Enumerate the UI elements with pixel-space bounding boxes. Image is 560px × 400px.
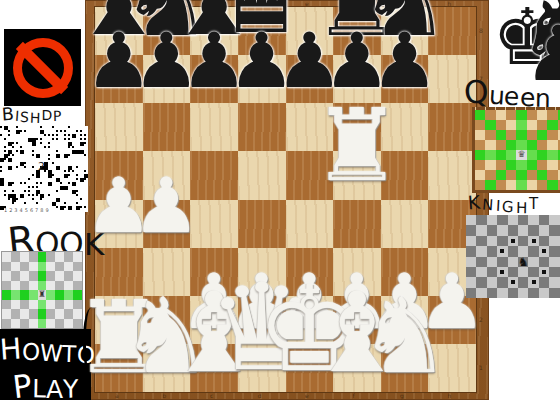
hand-letter: K [467,192,483,214]
diagram-cell [487,277,497,287]
diagram-cell [20,300,29,310]
diagram-cell [38,252,47,262]
square-d4 [238,200,286,248]
diagram-cell [518,236,528,246]
diagram-cell [29,300,38,310]
diagram-cell [528,215,538,225]
square-g4 [381,200,429,248]
knight-move-dot [542,249,546,253]
diagram-cell [508,225,518,235]
diagram-cell [537,130,547,140]
hand-letter: A [46,375,63,400]
diagram-cell [539,277,549,287]
hand-letter: P [11,367,34,400]
diagram-cell [466,246,476,256]
diagram-cell [55,290,64,300]
diagram-cell [11,252,20,262]
diagram-cell [475,180,485,190]
knight-move-dot [542,270,546,274]
diagram-cell [508,277,518,287]
diagram-cell [527,140,537,150]
diagram-cell [537,150,547,160]
diagram-cell [537,110,547,120]
diagram-cell [29,309,38,319]
diagram-cell [11,319,20,329]
diagram-cell [46,290,55,300]
knight-move-dot [500,270,504,274]
diagram-cell [475,140,485,150]
diagram-cell [496,110,506,120]
diagram-cell [549,257,559,267]
square-b6 [143,103,191,151]
square-a6 [95,103,143,151]
chess-board: ♝♞♝♛♜♞♟♟♟♟♟♟♟♜♟♟♟♟♟♟♟♟♜♞♝♛♚♝♞ 87654321aa… [85,0,489,400]
diagram-cell [496,150,506,160]
diagram-cell [497,225,507,235]
piece-white-knight-g1[interactable]: ♞ [358,284,451,388]
diagram-cell [508,236,518,246]
diagram-cell [527,180,537,190]
diagram-cell [539,257,549,267]
diagram-cell [466,236,476,246]
diagram-cell [46,271,55,281]
diagram-cell [528,267,538,277]
piece-white-pawn-b4[interactable]: ♟ [132,168,200,244]
diagram-cell [547,170,557,180]
diagram-cell [11,290,20,300]
spare-black-pawn[interactable]: ♟ [524,16,560,92]
diagram-cell [46,309,55,319]
diagram-cell [64,309,73,319]
diagram-cell [506,110,516,120]
diagram-cell [506,160,516,170]
diagram-cell [497,257,507,267]
diagram-cell [64,262,73,272]
diagram-cell [55,262,64,272]
diagram-cell [2,309,11,319]
diagram-cell [64,319,73,329]
diagram-cell [549,225,559,235]
diagram-cell [487,225,497,235]
diagram-cell: ♞ [518,257,528,267]
diagram-cell [20,281,29,291]
diagram-cell [547,150,557,160]
diagram-cell [528,257,538,267]
diagram-cell [487,288,497,298]
square-c6 [190,103,238,151]
diagram-cell [496,120,506,130]
diagram-cell [20,290,29,300]
diagram-cell [549,236,559,246]
diagram-cell [518,267,528,277]
diagram-cell [29,281,38,291]
diagram-cell [496,170,506,180]
hand-letter: H [30,110,42,126]
hand-letter: G [502,198,516,216]
diagram-cell [539,236,549,246]
diagram-cell [518,225,528,235]
diagram-cell [539,267,549,277]
diagram-cell [38,309,47,319]
diagram-cell [2,252,11,262]
diagram-cell [55,300,64,310]
square-f5: ♜ [333,151,381,199]
diagram-cell [29,290,38,300]
diagram-cell [38,271,47,281]
knight-move-dot [511,280,515,284]
diagram-cell [496,130,506,140]
diagram-cell [55,281,64,291]
board-squares: ♝♞♝♛♜♞♟♟♟♟♟♟♟♜♟♟♟♟♟♟♟♟♜♞♝♛♚♝♞ [95,7,476,392]
rook-moves-diagram: ♜ [2,252,82,328]
diagram-cell [527,170,537,180]
diagram-cell [549,288,559,298]
diagram-cell [487,215,497,225]
diagram-cell [549,277,559,287]
diagram-cell [2,300,11,310]
diagram-cell [547,110,557,120]
diagram-cell [476,215,486,225]
diagram-cell [506,120,516,130]
diagram-cell [497,267,507,277]
diagram-cell [508,257,518,267]
diagram-cell [38,319,47,329]
diagram-cell [506,170,516,180]
knight-move-dot [500,249,504,253]
diagram-cell [537,180,547,190]
square-e4 [286,200,334,248]
diagram-cell [487,257,497,267]
hand-letter: N [482,196,496,215]
diagram-cell [508,267,518,277]
diagram-cell [539,288,549,298]
diagram-cell [475,160,485,170]
diagram-cell [516,130,526,140]
diagram-cell [20,309,29,319]
diagram-cell [73,262,82,272]
diagram-cell [487,246,497,256]
diagram-cell [539,225,549,235]
hand-letter: B [1,104,15,125]
square-f4 [333,200,381,248]
diagram-cell [506,150,516,160]
diagram-cell [506,130,516,140]
diagram-cell [485,110,495,120]
diagram-cell [508,246,518,256]
diagram-cell [547,130,557,140]
diagram-cell [497,288,507,298]
diagram-cell [2,290,11,300]
diagram-cell [547,160,557,170]
hand-letter: Q [463,73,490,111]
diagram-cell [527,110,537,120]
diagram-cell [476,246,486,256]
diagram-cell [547,120,557,130]
diagram-cell [528,236,538,246]
diagram-cell [46,281,55,291]
bishop-diagram-footer: 123456789 [4,207,51,213]
diagram-cell [46,262,55,272]
knight-move-dot [511,239,515,243]
knight-move-dot [532,239,536,243]
diagram-cell [475,120,485,130]
diagram-cell [527,160,537,170]
diagram-cell [64,281,73,291]
diagram-cell [29,271,38,281]
hand-letter: H [0,331,23,366]
bishop-diagram-center-mark: 2 [38,160,45,173]
diagram-cell [11,262,20,272]
diagram-cell [539,246,549,256]
diagram-cell [64,271,73,281]
diagram-cell [20,262,29,272]
diagram-cell [2,281,11,291]
diagram-cell [46,300,55,310]
diagram-cell [55,319,64,329]
diagram-cell [516,180,526,190]
hand-letter: P [53,108,63,124]
diagram-knight-icon: ♞ [518,255,529,267]
diagram-cell [485,180,495,190]
diagram-cell [466,225,476,235]
diagram-cell [20,271,29,281]
diagram-cell [2,262,11,272]
diagram-cell [466,215,476,225]
chess-sandbox-app: ♝♞♝♛♜♞♟♟♟♟♟♟♟♜♟♟♟♟♟♟♟♟♜♞♝♛♚♝♞ 87654321aa… [0,0,560,400]
knight-move-dot [532,280,536,284]
diagram-cell [527,130,537,140]
diagram-cell [516,160,526,170]
diagram-cell [528,277,538,287]
diagram-cell [46,252,55,262]
diagram-cell [547,180,557,190]
diagram-cell [485,150,495,160]
queen-moves-diagram: ♛ [472,107,560,193]
diagram-cell [537,140,547,150]
diagram-cell [38,262,47,272]
diagram-cell [516,120,526,130]
diagram-cell: ♜ [38,290,47,300]
diagram-cell [487,236,497,246]
diagram-cell [20,252,29,262]
diagram-cell [2,319,11,329]
diagram-cell [537,160,547,170]
diagram-cell [547,140,557,150]
diagram-cell [518,215,528,225]
diagram-cell [528,246,538,256]
diagram-cell [476,225,486,235]
diagram-cell [475,130,485,140]
diagram-cell [518,277,528,287]
diagram-cell [496,140,506,150]
bishop-panel-label: BISH DP [2,106,63,126]
diagram-cell [549,215,559,225]
diagram-cell [497,236,507,246]
diagram-cell [527,120,537,130]
diagram-cell [497,215,507,225]
hand-letter: W [39,339,63,366]
bishop-moves-diagram: 2 123456789 [0,126,88,212]
square-d6 [238,103,286,151]
diagram-cell [516,110,526,120]
diagram-cell [11,281,20,291]
diagram-cell [485,160,495,170]
rank-label-8: 8 [479,28,483,34]
diagram-cell [55,252,64,262]
diagram-cell [485,140,495,150]
diagram-cell [11,300,20,310]
diagram-cell [475,150,485,160]
diagram-cell [55,271,64,281]
piece-white-rook-f5[interactable]: ♜ [312,96,402,196]
diagram-cell [64,252,73,262]
diagram-cell [38,300,47,310]
diagram-cell [549,267,559,277]
rank-label-1: 1 [479,365,483,371]
diagram-cell [55,309,64,319]
diagram-cell [506,140,516,150]
diagram-cell [506,180,516,190]
diagram-cell [64,290,73,300]
square-b4: ♟ [143,200,191,248]
diagram-cell [508,215,518,225]
diagram-piece-icon: ♜ [38,290,46,299]
diagram-cell [475,170,485,180]
diagram-cell [527,150,537,160]
diagram-cell [2,271,11,281]
diagram-cell [496,160,506,170]
diagram-cell [476,236,486,246]
diagram-cell [11,271,20,281]
square-d5 [238,151,286,199]
diagram-cell [475,110,485,120]
diagram-cell [487,267,497,277]
knight-panel-label: KNIGHT [468,194,540,215]
diagram-cell [518,288,528,298]
diagram-cell [508,288,518,298]
diagram-cell [64,300,73,310]
diagram-cell [485,130,495,140]
diagram-cell [485,120,495,130]
diagram-cell [29,319,38,329]
square-g1: ♞ [381,344,429,392]
diagram-cell [537,170,547,180]
diagram-cell [20,319,29,329]
diagram-cell [11,309,20,319]
diagram-cell [46,319,55,329]
diagram-cell [485,170,495,180]
diagram-cell [528,225,538,235]
diagram-cell: ♛ [516,150,526,160]
diagram-cell [497,277,507,287]
hand-letter: D [42,107,54,123]
diagram-cell [29,252,38,262]
diagram-cell [537,120,547,130]
diagram-cell [539,215,549,225]
diagram-cell [549,246,559,256]
diagram-cell [73,252,82,262]
diagram-cell [528,288,538,298]
diagram-cell [497,246,507,256]
diagram-cell [516,170,526,180]
hand-letter: T [529,195,540,213]
diagram-piece-icon: ♛ [517,150,525,159]
diagram-cell [29,262,38,272]
hand-letter: L [32,374,46,400]
hand-letter: O [21,338,41,365]
diagram-cell [496,180,506,190]
